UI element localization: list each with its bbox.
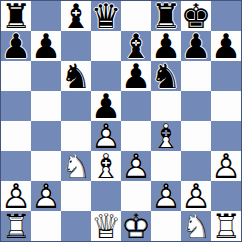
piece-black-rook: ♜ bbox=[151, 1, 181, 31]
black-piece-glyph: ♟ bbox=[91, 91, 121, 121]
piece-white-rook: ♜♖ bbox=[211, 211, 241, 241]
square-b2[interactable]: ♟♙ bbox=[31, 181, 61, 211]
square-b5[interactable] bbox=[31, 91, 61, 121]
white-piece-outline: ♕ bbox=[91, 211, 121, 241]
white-piece-fill: ♟ bbox=[31, 181, 61, 211]
square-f7[interactable]: ♟ bbox=[151, 31, 181, 61]
square-b3[interactable] bbox=[31, 151, 61, 181]
square-h8[interactable] bbox=[211, 1, 241, 31]
white-piece-outline: ♘ bbox=[181, 211, 211, 241]
white-piece-outline: ♙ bbox=[31, 181, 61, 211]
white-piece-fill: ♝ bbox=[151, 121, 181, 151]
square-b8[interactable] bbox=[31, 1, 61, 31]
piece-black-rook: ♜ bbox=[1, 1, 31, 31]
square-d5[interactable]: ♟ bbox=[91, 91, 121, 121]
square-a1[interactable]: ♜♖ bbox=[1, 211, 31, 241]
white-piece-fill: ♟ bbox=[1, 181, 31, 211]
piece-white-pawn: ♟♙ bbox=[151, 181, 181, 211]
black-piece-glyph: ♟ bbox=[1, 31, 31, 61]
square-e7[interactable]: ♝ bbox=[121, 31, 151, 61]
piece-white-pawn: ♟♙ bbox=[121, 151, 151, 181]
piece-black-pawn: ♟ bbox=[151, 31, 181, 61]
square-b1[interactable] bbox=[31, 211, 61, 241]
square-d6[interactable] bbox=[91, 61, 121, 91]
square-f8[interactable]: ♜ bbox=[151, 1, 181, 31]
white-piece-fill: ♞ bbox=[181, 211, 211, 241]
black-piece-glyph: ♜ bbox=[1, 1, 31, 31]
square-c1[interactable] bbox=[61, 211, 91, 241]
white-piece-fill: ♟ bbox=[181, 181, 211, 211]
piece-white-pawn: ♟♙ bbox=[31, 181, 61, 211]
piece-black-pawn: ♟ bbox=[91, 91, 121, 121]
piece-black-bishop: ♝ bbox=[61, 1, 91, 31]
square-c7[interactable] bbox=[61, 31, 91, 61]
square-a4[interactable] bbox=[1, 121, 31, 151]
square-h4[interactable] bbox=[211, 121, 241, 151]
black-piece-glyph: ♛ bbox=[91, 1, 121, 31]
square-b7[interactable]: ♟ bbox=[31, 31, 61, 61]
square-g8[interactable]: ♚ bbox=[181, 1, 211, 31]
square-d7[interactable] bbox=[91, 31, 121, 61]
white-piece-fill: ♝ bbox=[91, 151, 121, 181]
white-piece-outline: ♙ bbox=[211, 151, 241, 181]
black-piece-glyph: ♟ bbox=[151, 31, 181, 61]
white-piece-outline: ♙ bbox=[121, 151, 151, 181]
white-piece-outline: ♗ bbox=[151, 121, 181, 151]
square-g1[interactable]: ♞♘ bbox=[181, 211, 211, 241]
square-c4[interactable] bbox=[61, 121, 91, 151]
square-d1[interactable]: ♛♕ bbox=[91, 211, 121, 241]
white-piece-outline: ♔ bbox=[121, 211, 151, 241]
white-piece-fill: ♜ bbox=[1, 211, 31, 241]
piece-black-pawn: ♟ bbox=[31, 31, 61, 61]
piece-white-pawn: ♟♙ bbox=[1, 181, 31, 211]
white-piece-fill: ♟ bbox=[91, 121, 121, 151]
piece-black-knight: ♞ bbox=[61, 61, 91, 91]
square-e5[interactable] bbox=[121, 91, 151, 121]
square-e1[interactable]: ♚♔ bbox=[121, 211, 151, 241]
piece-black-pawn: ♟ bbox=[1, 31, 31, 61]
piece-white-rook: ♜♖ bbox=[1, 211, 31, 241]
square-f3[interactable] bbox=[151, 151, 181, 181]
white-piece-outline: ♖ bbox=[1, 211, 31, 241]
white-piece-fill: ♟ bbox=[121, 151, 151, 181]
piece-white-knight: ♞♘ bbox=[181, 211, 211, 241]
white-piece-fill: ♞ bbox=[61, 151, 91, 181]
square-g2[interactable]: ♟♙ bbox=[181, 181, 211, 211]
black-piece-glyph: ♟ bbox=[31, 31, 61, 61]
square-e8[interactable] bbox=[121, 1, 151, 31]
black-piece-glyph: ♜ bbox=[151, 1, 181, 31]
square-g5[interactable] bbox=[181, 91, 211, 121]
square-c5[interactable] bbox=[61, 91, 91, 121]
white-piece-fill: ♛ bbox=[91, 211, 121, 241]
white-piece-fill: ♚ bbox=[121, 211, 151, 241]
square-f1[interactable] bbox=[151, 211, 181, 241]
square-e2[interactable] bbox=[121, 181, 151, 211]
square-d2[interactable] bbox=[91, 181, 121, 211]
piece-black-bishop: ♝ bbox=[121, 31, 151, 61]
square-g6[interactable] bbox=[181, 61, 211, 91]
square-a5[interactable] bbox=[1, 91, 31, 121]
square-h3[interactable]: ♟♙ bbox=[211, 151, 241, 181]
piece-black-pawn: ♟ bbox=[211, 31, 241, 61]
square-a3[interactable] bbox=[1, 151, 31, 181]
square-d8[interactable]: ♛ bbox=[91, 1, 121, 31]
square-f5[interactable] bbox=[151, 91, 181, 121]
square-h6[interactable] bbox=[211, 61, 241, 91]
black-piece-glyph: ♞ bbox=[61, 61, 91, 91]
black-piece-glyph: ♞ bbox=[151, 61, 181, 91]
square-c6[interactable]: ♞ bbox=[61, 61, 91, 91]
piece-white-bishop: ♝♗ bbox=[151, 121, 181, 151]
square-f2[interactable]: ♟♙ bbox=[151, 181, 181, 211]
square-h7[interactable]: ♟ bbox=[211, 31, 241, 61]
piece-white-pawn: ♟♙ bbox=[91, 121, 121, 151]
piece-black-pawn: ♟ bbox=[121, 61, 151, 91]
square-c2[interactable] bbox=[61, 181, 91, 211]
square-c3[interactable]: ♞♘ bbox=[61, 151, 91, 181]
piece-black-queen: ♛ bbox=[91, 1, 121, 31]
square-e3[interactable]: ♟♙ bbox=[121, 151, 151, 181]
square-a8[interactable]: ♜ bbox=[1, 1, 31, 31]
square-d3[interactable]: ♝♗ bbox=[91, 151, 121, 181]
piece-white-king: ♚♔ bbox=[121, 211, 151, 241]
square-f6[interactable]: ♞ bbox=[151, 61, 181, 91]
white-piece-fill: ♜ bbox=[211, 211, 241, 241]
square-h5[interactable] bbox=[211, 91, 241, 121]
black-piece-glyph: ♝ bbox=[121, 31, 151, 61]
square-c8[interactable]: ♝ bbox=[61, 1, 91, 31]
black-piece-glyph: ♝ bbox=[61, 1, 91, 31]
square-b4[interactable] bbox=[31, 121, 61, 151]
white-piece-outline: ♘ bbox=[61, 151, 91, 181]
piece-black-pawn: ♟ bbox=[181, 31, 211, 61]
white-piece-outline: ♙ bbox=[91, 121, 121, 151]
square-a7[interactable]: ♟ bbox=[1, 31, 31, 61]
piece-white-knight: ♞♘ bbox=[61, 151, 91, 181]
black-piece-glyph: ♟ bbox=[121, 61, 151, 91]
white-piece-outline: ♙ bbox=[1, 181, 31, 211]
white-piece-fill: ♟ bbox=[211, 151, 241, 181]
chess-board: ♜♝♛♜♚♟♟♝♟♟♟♞♟♞♟♟♙♝♗♞♘♝♗♟♙♟♙♟♙♟♙♟♙♟♙♜♖♛♕♚… bbox=[0, 0, 242, 242]
piece-white-queen: ♛♕ bbox=[91, 211, 121, 241]
piece-white-pawn: ♟♙ bbox=[211, 151, 241, 181]
square-h1[interactable]: ♜♖ bbox=[211, 211, 241, 241]
white-piece-outline: ♙ bbox=[181, 181, 211, 211]
square-e4[interactable] bbox=[121, 121, 151, 151]
square-g3[interactable] bbox=[181, 151, 211, 181]
piece-black-king: ♚ bbox=[181, 1, 211, 31]
piece-white-bishop: ♝♗ bbox=[91, 151, 121, 181]
square-h2[interactable] bbox=[211, 181, 241, 211]
piece-white-pawn: ♟♙ bbox=[181, 181, 211, 211]
square-a6[interactable] bbox=[1, 61, 31, 91]
piece-black-knight: ♞ bbox=[151, 61, 181, 91]
white-piece-outline: ♙ bbox=[151, 181, 181, 211]
square-b6[interactable] bbox=[31, 61, 61, 91]
square-d4[interactable]: ♟♙ bbox=[91, 121, 121, 151]
square-g4[interactable] bbox=[181, 121, 211, 151]
black-piece-glyph: ♟ bbox=[181, 31, 211, 61]
square-g7[interactable]: ♟ bbox=[181, 31, 211, 61]
square-f4[interactable]: ♝♗ bbox=[151, 121, 181, 151]
black-piece-glyph: ♟ bbox=[211, 31, 241, 61]
white-piece-outline: ♗ bbox=[91, 151, 121, 181]
square-e6[interactable]: ♟ bbox=[121, 61, 151, 91]
white-piece-fill: ♟ bbox=[151, 181, 181, 211]
square-a2[interactable]: ♟♙ bbox=[1, 181, 31, 211]
white-piece-outline: ♖ bbox=[211, 211, 241, 241]
black-piece-glyph: ♚ bbox=[181, 1, 211, 31]
